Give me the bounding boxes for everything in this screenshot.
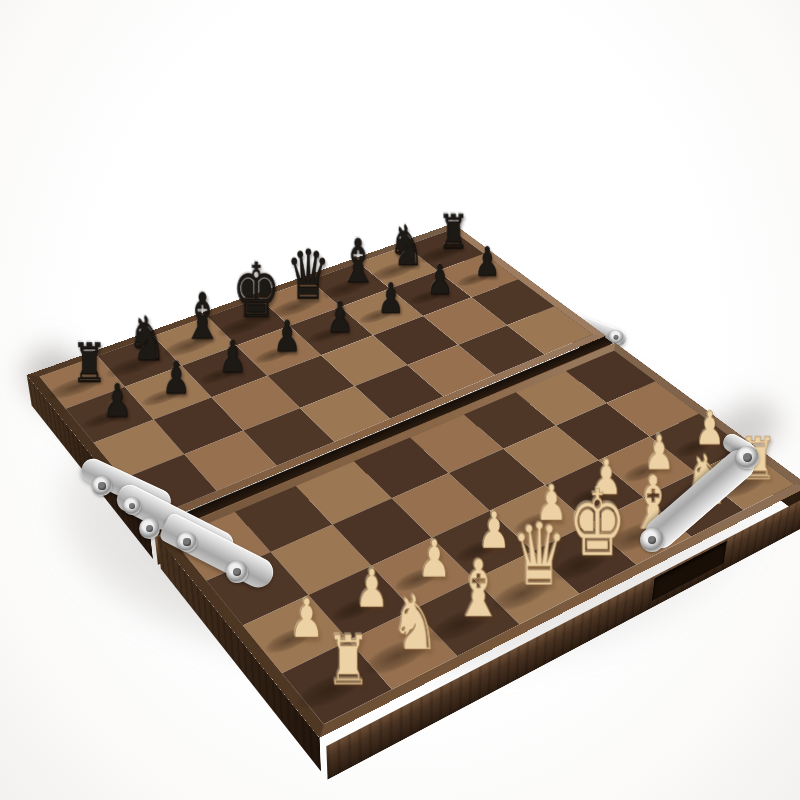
screw-icon	[736, 446, 759, 469]
screw-icon	[123, 497, 141, 515]
screw-icon	[226, 561, 248, 583]
black-pawn-a7[interactable]: ♟	[70, 304, 166, 424]
screw-icon	[92, 476, 112, 496]
screw-icon	[139, 518, 160, 539]
board-perspective: ♜♞♝♚♛♝♞♜♟♟♟♟♟♟♟♟ ♟♟♟♟♟♟♟♟♜♞♝♛♚♝♞♜	[0, 0, 800, 800]
chess-case-photo: ♜♞♝♚♛♝♞♜♟♟♟♟♟♟♟♟ ♟♟♟♟♟♟♟♟♜♞♝♛♚♝♞♜	[0, 0, 800, 800]
screw-icon	[640, 528, 664, 552]
screw-icon	[177, 532, 197, 552]
white-rook-a1[interactable]: ♜	[290, 548, 407, 695]
